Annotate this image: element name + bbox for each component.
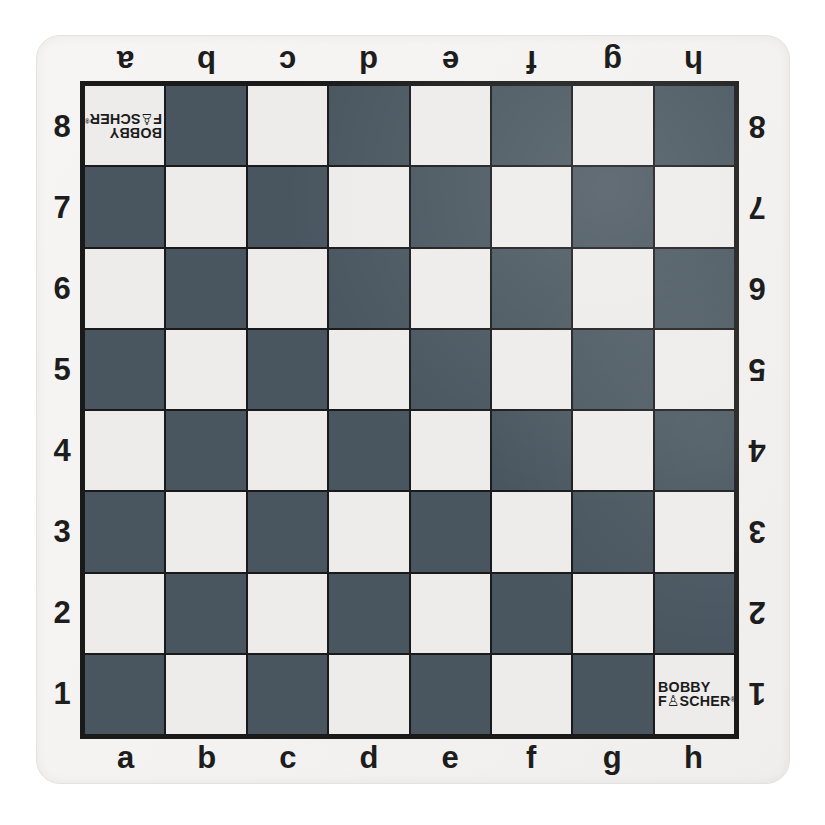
file-label-top-g: g bbox=[572, 46, 653, 78]
rank-label-right-3: 3 bbox=[741, 491, 773, 572]
square-e3[interactable] bbox=[411, 492, 490, 571]
square-e8[interactable] bbox=[411, 86, 490, 165]
square-h4[interactable] bbox=[655, 411, 734, 490]
square-c4[interactable] bbox=[248, 411, 327, 490]
square-b4[interactable] bbox=[166, 411, 245, 490]
logo-line2: F♙SCHER® bbox=[658, 694, 730, 708]
square-f5[interactable] bbox=[492, 330, 571, 409]
square-h7[interactable] bbox=[655, 167, 734, 246]
square-f1[interactable] bbox=[492, 655, 571, 734]
square-d7[interactable] bbox=[329, 167, 408, 246]
square-f2[interactable] bbox=[492, 574, 571, 653]
file-labels-top: abcdefgh bbox=[85, 46, 734, 78]
square-c8[interactable] bbox=[248, 86, 327, 165]
file-label-bottom-f: f bbox=[491, 740, 572, 774]
rank-label-right-7: 7 bbox=[741, 167, 773, 248]
square-e1[interactable] bbox=[411, 655, 490, 734]
square-a2[interactable] bbox=[85, 574, 164, 653]
square-g6[interactable] bbox=[573, 249, 652, 328]
file-label-top-a: a bbox=[85, 46, 166, 78]
registered-mark: ® bbox=[85, 118, 90, 125]
square-g7[interactable] bbox=[573, 167, 652, 246]
square-h3[interactable] bbox=[655, 492, 734, 571]
square-c2[interactable] bbox=[248, 574, 327, 653]
bobby-fischer-logo-h1: BOBBY F♙SCHER® bbox=[658, 681, 730, 707]
square-h2[interactable] bbox=[655, 574, 734, 653]
square-d2[interactable] bbox=[329, 574, 408, 653]
square-b8[interactable] bbox=[166, 86, 245, 165]
square-g8[interactable] bbox=[573, 86, 652, 165]
square-d3[interactable] bbox=[329, 492, 408, 571]
square-b1[interactable] bbox=[166, 655, 245, 734]
square-d5[interactable] bbox=[329, 330, 408, 409]
square-c7[interactable] bbox=[248, 167, 327, 246]
rank-label-right-1: 1 bbox=[741, 653, 773, 734]
rank-label-left-2: 2 bbox=[45, 572, 79, 653]
file-label-top-b: b bbox=[166, 46, 247, 78]
pawn-icon: ♙ bbox=[140, 112, 153, 129]
square-b2[interactable] bbox=[166, 574, 245, 653]
square-g5[interactable] bbox=[573, 330, 652, 409]
file-label-top-d: d bbox=[328, 46, 409, 78]
square-c6[interactable] bbox=[248, 249, 327, 328]
square-c1[interactable] bbox=[248, 655, 327, 734]
rank-label-right-5: 5 bbox=[741, 329, 773, 410]
rank-labels-right: 87654321 bbox=[741, 86, 773, 734]
square-a5[interactable] bbox=[85, 330, 164, 409]
rank-labels-left: 87654321 bbox=[45, 86, 79, 734]
square-a6[interactable] bbox=[85, 249, 164, 328]
file-label-bottom-a: a bbox=[85, 740, 166, 774]
pawn-icon: ♙ bbox=[667, 692, 680, 709]
rank-label-left-1: 1 bbox=[45, 653, 79, 734]
square-f7[interactable] bbox=[492, 167, 571, 246]
square-e4[interactable] bbox=[411, 411, 490, 490]
file-label-top-f: f bbox=[491, 46, 572, 78]
file-label-bottom-h: h bbox=[653, 740, 734, 774]
square-a4[interactable] bbox=[85, 411, 164, 490]
rank-label-right-8: 8 bbox=[741, 86, 773, 167]
square-d6[interactable] bbox=[329, 249, 408, 328]
file-label-top-h: h bbox=[653, 46, 734, 78]
square-f4[interactable] bbox=[492, 411, 571, 490]
file-label-bottom-g: g bbox=[572, 740, 653, 774]
rank-label-right-6: 6 bbox=[741, 248, 773, 329]
file-label-bottom-e: e bbox=[410, 740, 491, 774]
bobby-fischer-logo-a8: BOBBY F♙SCHER® bbox=[90, 113, 162, 139]
square-g3[interactable] bbox=[573, 492, 652, 571]
square-e6[interactable] bbox=[411, 249, 490, 328]
square-c3[interactable] bbox=[248, 492, 327, 571]
square-h6[interactable] bbox=[655, 249, 734, 328]
square-d1[interactable] bbox=[329, 655, 408, 734]
file-labels-bottom: abcdefgh bbox=[85, 740, 734, 774]
board-border bbox=[80, 81, 739, 739]
square-g1[interactable] bbox=[573, 655, 652, 734]
rank-label-left-4: 4 bbox=[45, 410, 79, 491]
file-label-bottom-b: b bbox=[166, 740, 247, 774]
rank-label-left-7: 7 bbox=[45, 167, 79, 248]
registered-mark: ® bbox=[730, 696, 735, 703]
square-h8[interactable] bbox=[655, 86, 734, 165]
square-h5[interactable] bbox=[655, 330, 734, 409]
square-f3[interactable] bbox=[492, 492, 571, 571]
square-b3[interactable] bbox=[166, 492, 245, 571]
rank-label-left-8: 8 bbox=[45, 86, 79, 167]
square-d8[interactable] bbox=[329, 86, 408, 165]
square-a1[interactable] bbox=[85, 655, 164, 734]
rank-label-right-4: 4 bbox=[741, 410, 773, 491]
square-a3[interactable] bbox=[85, 492, 164, 571]
product-photo-page: abcdefgh 87654321 87654321 abcdefgh BOBB… bbox=[0, 0, 825, 825]
file-label-top-c: c bbox=[247, 46, 328, 78]
square-f6[interactable] bbox=[492, 249, 571, 328]
square-b6[interactable] bbox=[166, 249, 245, 328]
square-f8[interactable] bbox=[492, 86, 571, 165]
rank-label-left-6: 6 bbox=[45, 248, 79, 329]
square-c5[interactable] bbox=[248, 330, 327, 409]
file-label-bottom-c: c bbox=[247, 740, 328, 774]
square-g2[interactable] bbox=[573, 574, 652, 653]
square-b5[interactable] bbox=[166, 330, 245, 409]
square-b7[interactable] bbox=[166, 167, 245, 246]
board-grid bbox=[85, 86, 734, 734]
rank-label-left-5: 5 bbox=[45, 329, 79, 410]
logo-line2: F♙SCHER® bbox=[90, 113, 162, 127]
square-e2[interactable] bbox=[411, 574, 490, 653]
file-label-top-e: e bbox=[410, 46, 491, 78]
square-e5[interactable] bbox=[411, 330, 490, 409]
square-e7[interactable] bbox=[411, 167, 490, 246]
rank-label-left-3: 3 bbox=[45, 491, 79, 572]
square-a7[interactable] bbox=[85, 167, 164, 246]
file-label-bottom-d: d bbox=[328, 740, 409, 774]
square-g4[interactable] bbox=[573, 411, 652, 490]
rank-label-right-2: 2 bbox=[741, 572, 773, 653]
square-d4[interactable] bbox=[329, 411, 408, 490]
